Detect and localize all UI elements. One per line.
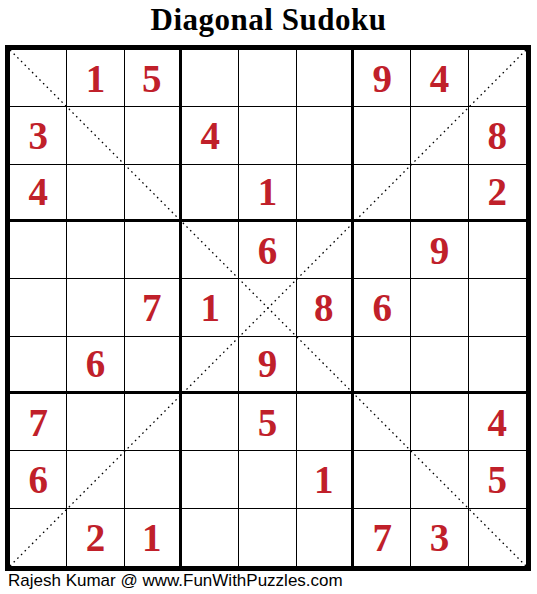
cell-r8c7[interactable] xyxy=(354,451,411,508)
cell-r7c2[interactable] xyxy=(67,394,124,451)
cell-r2c7[interactable] xyxy=(354,107,411,164)
cell-r1c7[interactable]: 9 xyxy=(354,50,411,107)
cell-r1c1[interactable] xyxy=(10,50,67,107)
cell-r5c1[interactable] xyxy=(10,279,67,336)
cell-r8c6[interactable]: 1 xyxy=(297,451,354,508)
cell-r6c7[interactable] xyxy=(354,337,411,394)
cell-r6c4[interactable] xyxy=(182,337,239,394)
cell-r2c2[interactable] xyxy=(67,107,124,164)
cell-r2c1[interactable]: 3 xyxy=(10,107,67,164)
cell-r9c6[interactable] xyxy=(297,509,354,566)
cell-r8c3[interactable] xyxy=(125,451,182,508)
cell-r1c8[interactable]: 4 xyxy=(411,50,468,107)
cell-r1c2[interactable]: 1 xyxy=(67,50,124,107)
cell-r3c3[interactable] xyxy=(125,165,182,222)
cell-r8c1[interactable]: 6 xyxy=(10,451,67,508)
cell-r7c9[interactable]: 4 xyxy=(469,394,526,451)
cell-r8c2[interactable] xyxy=(67,451,124,508)
cell-r3c5[interactable]: 1 xyxy=(239,165,296,222)
cell-r8c8[interactable] xyxy=(411,451,468,508)
cell-r3c1[interactable]: 4 xyxy=(10,165,67,222)
cell-r4c6[interactable] xyxy=(297,222,354,279)
cell-r2c5[interactable] xyxy=(239,107,296,164)
cell-r4c1[interactable] xyxy=(10,222,67,279)
cell-r2c4[interactable]: 4 xyxy=(182,107,239,164)
cell-r9c8[interactable]: 3 xyxy=(411,509,468,566)
cell-r4c7[interactable] xyxy=(354,222,411,279)
cell-r4c5[interactable]: 6 xyxy=(239,222,296,279)
cell-r5c4[interactable]: 1 xyxy=(182,279,239,336)
cell-r5c9[interactable] xyxy=(469,279,526,336)
cell-r3c9[interactable]: 2 xyxy=(469,165,526,222)
cell-r5c2[interactable] xyxy=(67,279,124,336)
cell-r1c3[interactable]: 5 xyxy=(125,50,182,107)
cell-r8c9[interactable]: 5 xyxy=(469,451,526,508)
cell-r9c4[interactable] xyxy=(182,509,239,566)
cell-r3c6[interactable] xyxy=(297,165,354,222)
cell-r7c6[interactable] xyxy=(297,394,354,451)
puzzle-title: Diagonal Sudoku xyxy=(0,2,537,38)
cell-r8c5[interactable] xyxy=(239,451,296,508)
cell-r3c8[interactable] xyxy=(411,165,468,222)
cell-r7c3[interactable] xyxy=(125,394,182,451)
cell-r7c4[interactable] xyxy=(182,394,239,451)
cell-r6c9[interactable] xyxy=(469,337,526,394)
cell-r7c7[interactable] xyxy=(354,394,411,451)
cell-r5c5[interactable] xyxy=(239,279,296,336)
cell-r2c3[interactable] xyxy=(125,107,182,164)
cell-r3c2[interactable] xyxy=(67,165,124,222)
cell-r5c7[interactable]: 6 xyxy=(354,279,411,336)
cell-r2c9[interactable]: 8 xyxy=(469,107,526,164)
cell-r9c1[interactable] xyxy=(10,509,67,566)
sudoku-board: 1594348412697186697546152173 xyxy=(5,45,531,571)
cell-r6c2[interactable]: 6 xyxy=(67,337,124,394)
cell-r6c5[interactable]: 9 xyxy=(239,337,296,394)
cell-r2c6[interactable] xyxy=(297,107,354,164)
cell-r1c4[interactable] xyxy=(182,50,239,107)
puzzle-page: Diagonal Sudoku 159434841269718669754615… xyxy=(0,0,537,594)
cell-r9c3[interactable]: 1 xyxy=(125,509,182,566)
credit-text: Rajesh Kumar @ www.FunWithPuzzles.com xyxy=(8,571,537,591)
cell-r3c7[interactable] xyxy=(354,165,411,222)
cell-r2c8[interactable] xyxy=(411,107,468,164)
cell-r6c8[interactable] xyxy=(411,337,468,394)
cell-r1c9[interactable] xyxy=(469,50,526,107)
cell-r7c5[interactable]: 5 xyxy=(239,394,296,451)
cell-r8c4[interactable] xyxy=(182,451,239,508)
cell-r6c6[interactable] xyxy=(297,337,354,394)
cell-r4c3[interactable] xyxy=(125,222,182,279)
cell-r9c7[interactable]: 7 xyxy=(354,509,411,566)
cell-r1c6[interactable] xyxy=(297,50,354,107)
cell-r5c6[interactable]: 8 xyxy=(297,279,354,336)
cell-r5c8[interactable] xyxy=(411,279,468,336)
cell-r9c9[interactable] xyxy=(469,509,526,566)
cell-r1c5[interactable] xyxy=(239,50,296,107)
cell-r6c3[interactable] xyxy=(125,337,182,394)
cell-r6c1[interactable] xyxy=(10,337,67,394)
cell-r4c9[interactable] xyxy=(469,222,526,279)
cell-r7c8[interactable] xyxy=(411,394,468,451)
cell-r9c2[interactable]: 2 xyxy=(67,509,124,566)
cell-r4c8[interactable]: 9 xyxy=(411,222,468,279)
cell-r3c4[interactable] xyxy=(182,165,239,222)
cell-r9c5[interactable] xyxy=(239,509,296,566)
cell-r4c4[interactable] xyxy=(182,222,239,279)
cell-r4c2[interactable] xyxy=(67,222,124,279)
cell-r5c3[interactable]: 7 xyxy=(125,279,182,336)
cell-r7c1[interactable]: 7 xyxy=(10,394,67,451)
